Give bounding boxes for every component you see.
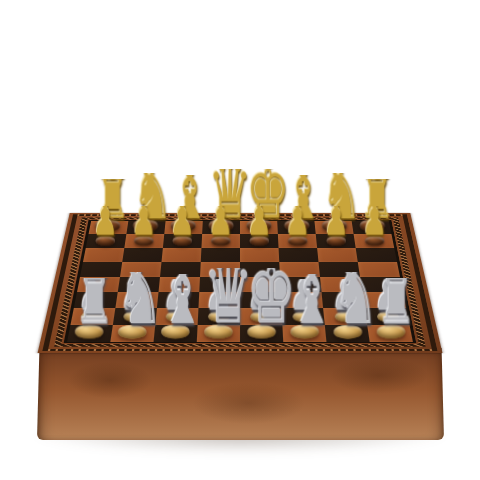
piece-g1-silver-knight: ♞ (329, 272, 366, 339)
piece-e1-silver-king: ♚ (243, 267, 280, 338)
pawn-glyph: ♟ (208, 196, 234, 242)
pawn-glyph: ♟ (323, 196, 349, 242)
piece-b7-gold-pawn: ♟ (127, 206, 160, 245)
spot-a1: ♜ (67, 325, 113, 342)
piece-a1-silver-rook: ♜ (71, 278, 108, 339)
pawn-glyph: ♟ (285, 196, 311, 242)
spot-g7: ♟ (316, 234, 356, 248)
pawn-glyph: ♟ (92, 196, 118, 242)
piece-h7-gold-pawn: ♟ (358, 206, 391, 245)
pawn-glyph: ♟ (169, 196, 195, 242)
bishop-glyph: ♝ (161, 257, 190, 336)
pawn-glyph: ♟ (131, 196, 157, 242)
piece-b1-silver-knight: ♞ (114, 272, 151, 339)
chess-board: ♜♞♝♛♚♝♞♜♟♟♟♟♟♟♟♟♟♟♟♟♟♟♟♟♜♞♝♛♚♝♞♜ (38, 213, 443, 353)
piece-c1-silver-bishop: ♝ (157, 274, 194, 339)
rook-glyph: ♜ (376, 263, 405, 335)
pawn-glyph: ♟ (362, 196, 388, 242)
piece-g7-gold-pawn: ♟ (320, 206, 353, 245)
knight-glyph: ♞ (118, 254, 147, 335)
piece-d1-silver-queen: ♛ (200, 267, 237, 338)
spot-e1: ♚ (240, 325, 283, 342)
pieces-layer: ♜♞♝♛♚♝♞♜♟♟♟♟♟♟♟♟♟♟♟♟♟♟♟♟♜♞♝♛♚♝♞♜ (67, 221, 413, 342)
piece-f7-gold-pawn: ♟ (281, 206, 314, 245)
king-glyph: ♚ (247, 248, 276, 336)
piece-a7-gold-pawn: ♟ (89, 206, 122, 245)
piece-f1-silver-bishop: ♝ (286, 274, 323, 339)
piece-h1-silver-rook: ♜ (373, 278, 410, 339)
product-photo: ♜♞♝♛♚♝♞♜♟♟♟♟♟♟♟♟♟♟♟♟♟♟♟♟♜♞♝♛♚♝♞♜ (0, 0, 480, 480)
piece-e7-gold-pawn: ♟ (243, 206, 276, 245)
bishop-glyph: ♝ (290, 257, 319, 336)
spot-c1: ♝ (154, 325, 198, 342)
knight-glyph: ♞ (333, 254, 362, 335)
queen-glyph: ♛ (204, 248, 233, 336)
board-scene: ♜♞♝♛♚♝♞♜♟♟♟♟♟♟♟♟♟♟♟♟♟♟♟♟♜♞♝♛♚♝♞♜ (0, 0, 480, 480)
piece-c7-gold-pawn: ♟ (166, 206, 199, 245)
rook-glyph: ♜ (74, 263, 103, 335)
spot-a7: ♟ (86, 234, 127, 248)
spot-c7: ♟ (163, 234, 202, 248)
pawn-glyph: ♟ (246, 196, 272, 242)
spot-b1: ♞ (110, 325, 155, 342)
spot-h7: ♟ (354, 234, 395, 248)
spot-b7: ♟ (124, 234, 164, 248)
piece-d7-gold-pawn: ♟ (204, 206, 237, 245)
